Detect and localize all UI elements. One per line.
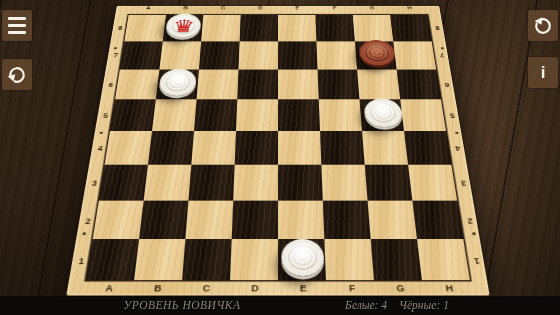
board-square-e4[interactable]: [278, 131, 321, 165]
board-square-c1[interactable]: [182, 239, 232, 280]
score-panel: Белые: 4 Чёрные: 1: [322, 299, 472, 311]
board-square-a7[interactable]: [120, 41, 163, 69]
checkers-board: AABBCCDDEEFFGGHH1122334455667788 ♛: [65, 5, 491, 296]
rank-label-left-7: 7: [113, 53, 118, 59]
board-square-b3[interactable]: [144, 165, 192, 201]
file-label-top-f: F: [333, 6, 337, 11]
white-count: Белые: 4: [345, 299, 387, 311]
board-square-d3[interactable]: [233, 165, 278, 201]
file-label-bottom-d: D: [251, 284, 259, 293]
undo-button[interactable]: [528, 10, 558, 41]
file-label-top-e: E: [295, 6, 300, 11]
file-label-bottom-c: C: [202, 284, 210, 293]
board-square-c6[interactable]: [197, 70, 239, 100]
board-square-c5[interactable]: [194, 99, 237, 131]
board-square-e5[interactable]: [278, 99, 320, 131]
board-square-b1[interactable]: [134, 239, 185, 280]
board-square-e8[interactable]: [278, 15, 316, 42]
board-square-a5[interactable]: [110, 99, 156, 131]
board-square-e6[interactable]: [278, 70, 319, 100]
frame-screw: [114, 47, 117, 49]
rank-label-left-3: 3: [91, 180, 97, 187]
board-square-d6[interactable]: [237, 70, 278, 100]
board-square-b2[interactable]: [139, 201, 188, 239]
rank-label-right-5: 5: [450, 112, 456, 118]
board-square-a8[interactable]: [124, 15, 166, 42]
file-label-bottom-a: A: [105, 284, 114, 293]
checker-white-king-b8[interactable]: ♛: [165, 14, 202, 38]
frame-screw: [441, 47, 444, 49]
board-square-h6[interactable]: [397, 70, 441, 100]
rank-label-right-3: 3: [461, 180, 467, 187]
frame-screw: [82, 232, 86, 235]
rank-label-left-2: 2: [85, 217, 91, 225]
file-label-bottom-b: B: [153, 284, 161, 293]
board-square-c3[interactable]: [188, 165, 234, 201]
board-square-a2[interactable]: [93, 201, 144, 239]
file-label-bottom-e: E: [300, 284, 307, 293]
file-label-top-h: H: [407, 6, 412, 11]
file-label-bottom-g: G: [396, 284, 405, 293]
board-square-h8[interactable]: [390, 15, 432, 42]
file-label-bottom-f: F: [349, 284, 356, 293]
rank-label-left-5: 5: [103, 112, 109, 118]
rotate-board-button[interactable]: [2, 59, 32, 90]
rank-label-right-7: 7: [440, 53, 445, 59]
rank-label-right-6: 6: [444, 82, 450, 88]
board-square-d1[interactable]: [230, 239, 278, 280]
board-square-f1[interactable]: [324, 239, 374, 280]
board-square-h7[interactable]: [393, 41, 436, 69]
app-screen: AABBCCDDEEFFGGHH1122334455667788 ♛ i УРО…: [0, 0, 560, 315]
black-count: Чёрные: 1: [399, 299, 449, 311]
status-bar: УРОВЕНЬ НОВИЧКА Белые: 4 Чёрные: 1: [0, 297, 560, 315]
board-square-a1[interactable]: [86, 239, 139, 280]
board-square-a3[interactable]: [99, 165, 148, 201]
board-square-e3[interactable]: [278, 165, 323, 201]
rank-label-right-1: 1: [474, 257, 481, 265]
file-label-bottom-h: H: [445, 284, 454, 293]
board-square-f8[interactable]: [315, 15, 354, 42]
board-square-a6[interactable]: [115, 70, 159, 100]
file-label-top-g: G: [369, 6, 375, 11]
board-square-h5[interactable]: [400, 99, 446, 131]
board-square-h3[interactable]: [408, 165, 457, 201]
menu-button[interactable]: [2, 10, 32, 41]
file-label-top-c: C: [220, 6, 225, 11]
rank-label-left-6: 6: [108, 82, 114, 88]
board-square-h2[interactable]: [412, 201, 463, 239]
king-crown-icon: ♛: [165, 14, 202, 38]
rank-label-left-8: 8: [118, 25, 123, 30]
info-button[interactable]: i: [528, 57, 558, 88]
board-square-g6[interactable]: [357, 70, 400, 100]
board-square-g1[interactable]: [371, 239, 422, 280]
board-square-e7[interactable]: [278, 41, 318, 69]
level-label: УРОВЕНЬ НОВИЧКА: [112, 299, 252, 311]
board-square-f4[interactable]: [320, 131, 365, 165]
board-square-f7[interactable]: [316, 41, 357, 69]
info-icon: i: [541, 63, 546, 83]
board-square-d4[interactable]: [235, 131, 278, 165]
board-square-g4[interactable]: [362, 131, 408, 165]
board-square-d5[interactable]: [236, 99, 278, 131]
board-grid: [86, 15, 470, 280]
board-square-c8[interactable]: [201, 15, 240, 42]
frame-screw: [472, 232, 476, 235]
hamburger-menu-icon: [8, 17, 26, 34]
board-square-d2[interactable]: [232, 201, 278, 239]
file-label-top-d: D: [258, 6, 263, 11]
board-square-g3[interactable]: [365, 165, 413, 201]
board-square-f3[interactable]: [321, 165, 367, 201]
rank-label-right-2: 2: [467, 217, 473, 225]
board-square-c2[interactable]: [185, 201, 233, 239]
rank-label-left-4: 4: [97, 145, 103, 152]
board-square-f6[interactable]: [318, 70, 360, 100]
frame-screw: [455, 132, 458, 134]
board-square-h1[interactable]: [417, 239, 470, 280]
board-square-b4[interactable]: [148, 131, 194, 165]
board-square-a4[interactable]: [105, 131, 152, 165]
frame-screw: [99, 132, 102, 134]
rank-label-right-4: 4: [455, 145, 461, 152]
undo-icon: [532, 15, 554, 37]
board-square-f5[interactable]: [319, 99, 362, 131]
rank-label-right-8: 8: [435, 25, 440, 30]
board-square-d8[interactable]: [240, 15, 278, 42]
board-square-h4[interactable]: [404, 131, 451, 165]
board-square-e2[interactable]: [278, 201, 324, 239]
board-square-c7[interactable]: [199, 41, 240, 69]
file-label-top-b: B: [183, 6, 188, 11]
board-square-b5[interactable]: [152, 99, 197, 131]
rotate-icon: [6, 64, 28, 86]
rank-label-left-1: 1: [78, 257, 85, 265]
checker-white-man-e1[interactable]: [281, 239, 324, 276]
board-square-f2[interactable]: [323, 201, 371, 239]
file-label-top-a: A: [146, 6, 151, 11]
board-square-c4[interactable]: [191, 131, 236, 165]
board-square-g8[interactable]: [353, 15, 394, 42]
board-square-d7[interactable]: [238, 41, 278, 69]
board-square-b7[interactable]: [159, 41, 201, 69]
board-frame: AABBCCDDEEFFGGHH1122334455667788 ♛: [65, 5, 491, 296]
board-square-g2[interactable]: [368, 201, 417, 239]
